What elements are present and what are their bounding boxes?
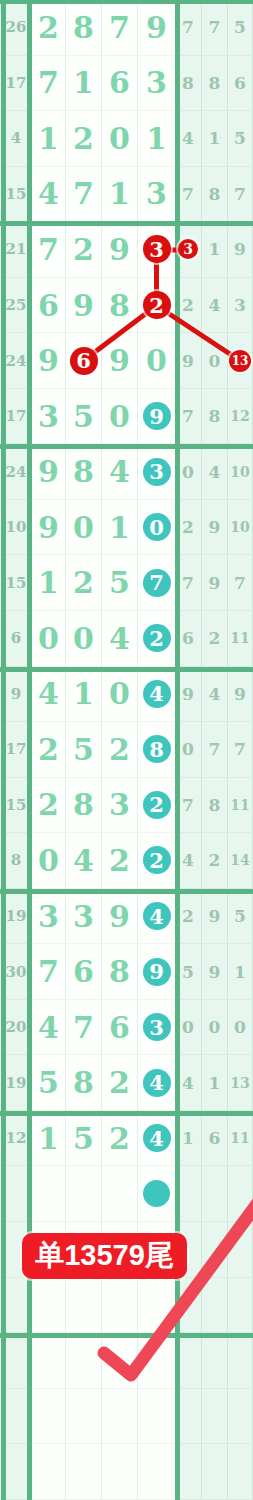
digit-cell: 2 — [66, 222, 102, 278]
digit-cell: 9 — [102, 333, 138, 389]
red-circle-mark: 3 — [178, 239, 198, 259]
grid-divider — [0, 889, 253, 894]
digit-cell: 2 — [138, 278, 175, 334]
digit-cell: 0 — [32, 833, 66, 889]
digit-cell — [102, 1278, 138, 1334]
stat-cell — [228, 1278, 253, 1334]
digit-cell: 2 — [66, 555, 102, 611]
digit-cell — [32, 1444, 66, 1500]
stat-cell: 10 — [228, 444, 253, 500]
stat-cell: 5 — [228, 111, 253, 167]
digit-cell: 0 — [102, 111, 138, 167]
digit-cell: 2 — [138, 611, 175, 667]
digit-cell: 9 — [32, 333, 66, 389]
digit-cell: 2 — [32, 722, 66, 778]
stat-cell: 14 — [228, 833, 253, 889]
stat-cell: 1 — [202, 222, 228, 278]
digit-cell: 9 — [138, 0, 175, 56]
stat-cell — [228, 1333, 253, 1389]
digit-cell: 6 — [102, 1000, 138, 1056]
digit-cell: 9 — [66, 278, 102, 334]
digit-cell: 8 — [102, 944, 138, 1000]
teal-circle-mark: 4 — [143, 680, 171, 708]
digit-cell: 5 — [32, 1055, 66, 1111]
digit-cell: 0 — [102, 667, 138, 723]
digit-cell: 9 — [138, 389, 175, 445]
digit-cell — [102, 1166, 138, 1222]
digit-cell: 7 — [66, 1000, 102, 1056]
digit-cell: 2 — [102, 1111, 138, 1167]
teal-circle-mark: 0 — [143, 513, 171, 541]
digit-cell: 3 — [138, 56, 175, 112]
digit-cell: 8 — [66, 778, 102, 834]
digit-cell: 3 — [102, 778, 138, 834]
digit-cell — [66, 1333, 102, 1389]
digit-cell: 3 — [138, 444, 175, 500]
stat-cell: 11 — [228, 611, 253, 667]
stat-cell — [202, 1166, 228, 1222]
digit-cell: 8 — [66, 444, 102, 500]
stat-cell: 3 — [228, 278, 253, 334]
red-circle-mark: 3 — [143, 235, 171, 263]
digit-cell: 1 — [102, 500, 138, 556]
teal-circle-mark: 9 — [143, 958, 171, 986]
digit-cell: 2 — [102, 722, 138, 778]
teal-dot-mark — [143, 1180, 170, 1207]
digit-cell: 1 — [138, 111, 175, 167]
stat-cell — [202, 1444, 228, 1500]
digit-cell: 3 — [32, 389, 66, 445]
stat-cell: 1 — [228, 944, 253, 1000]
stat-cell: 4 — [202, 278, 228, 334]
digit-cell: 4 — [138, 1111, 175, 1167]
digit-cell: 6 — [102, 56, 138, 112]
teal-circle-mark: 4 — [143, 1124, 171, 1152]
digit-cell: 9 — [32, 500, 66, 556]
teal-circle-mark: 4 — [143, 1069, 171, 1097]
stat-cell — [202, 1389, 228, 1445]
digit-cell — [138, 1278, 175, 1334]
teal-circle-mark: 2 — [143, 624, 171, 652]
stat-cell: 9 — [228, 222, 253, 278]
digit-cell: 6 — [66, 333, 102, 389]
digit-cell: 2 — [102, 833, 138, 889]
digit-cell: 6 — [66, 944, 102, 1000]
digit-cell: 1 — [32, 555, 66, 611]
stat-cell: 0 — [202, 1000, 228, 1056]
digit-cell: 9 — [32, 444, 66, 500]
digit-cell — [138, 1333, 175, 1389]
digit-cell: 1 — [32, 111, 66, 167]
stat-cell: 7 — [202, 0, 228, 56]
stat-cell — [228, 1389, 253, 1445]
stat-cell: 7 — [228, 167, 253, 223]
digit-cell: 0 — [138, 333, 175, 389]
stat-cell — [228, 1444, 253, 1500]
digit-cell — [138, 1444, 175, 1500]
digit-cell: 2 — [32, 778, 66, 834]
stat-cell: 4 — [202, 667, 228, 723]
digit-cell — [32, 1166, 66, 1222]
digit-cell: 7 — [66, 167, 102, 223]
digit-cell — [66, 1389, 102, 1445]
digit-cell: 3 — [138, 222, 175, 278]
digit-cell: 5 — [66, 389, 102, 445]
digit-cell: 1 — [32, 1111, 66, 1167]
stat-cell: 0 — [202, 333, 228, 389]
digit-cell: 4 — [66, 833, 102, 889]
digit-cell: 7 — [138, 555, 175, 611]
grid-divider — [0, 1333, 253, 1338]
digit-cell: 2 — [32, 0, 66, 56]
stat-cell: 11 — [228, 778, 253, 834]
digit-cell: 2 — [138, 833, 175, 889]
digit-cell — [102, 1389, 138, 1445]
digit-cell: 0 — [138, 500, 175, 556]
stat-cell: 7 — [228, 722, 253, 778]
digit-cell: 3 — [32, 889, 66, 945]
trend-chart-board: 2628797751771638864120141515471378721729… — [0, 0, 253, 1500]
stat-cell: 12 — [228, 389, 253, 445]
stat-cell — [202, 1278, 228, 1334]
stat-cell: 2 — [202, 833, 228, 889]
stat-cell: 8 — [202, 56, 228, 112]
teal-circle-mark: 2 — [143, 846, 171, 874]
red-circle-mark: 2 — [143, 291, 171, 319]
teal-circle-mark: 3 — [143, 458, 171, 486]
grid-divider — [0, 221, 253, 226]
digit-cell — [32, 1389, 66, 1445]
digit-cell: 8 — [138, 722, 175, 778]
digit-cell: 8 — [102, 278, 138, 334]
digit-cell: 4 — [102, 444, 138, 500]
stat-cell — [202, 1222, 228, 1278]
digit-cell: 0 — [32, 611, 66, 667]
stat-cell: 8 — [202, 167, 228, 223]
grid-divider — [0, 1111, 253, 1116]
grid-divider — [0, 444, 253, 449]
digit-cell: 3 — [138, 167, 175, 223]
teal-circle-mark: 8 — [143, 735, 171, 763]
digit-cell: 2 — [102, 1055, 138, 1111]
stat-cell: 5 — [228, 0, 253, 56]
digit-cell: 7 — [32, 944, 66, 1000]
digit-cell: 9 — [102, 222, 138, 278]
digit-cell — [138, 1166, 175, 1222]
digit-cell: 4 — [32, 1000, 66, 1056]
grid-divider — [0, 667, 253, 672]
stat-cell: 9 — [202, 555, 228, 611]
stat-cell: 4 — [202, 444, 228, 500]
digit-cell — [66, 1166, 102, 1222]
red-circle-mark: 13 — [229, 350, 251, 372]
stat-cell: 0 — [228, 1000, 253, 1056]
digit-cell: 5 — [66, 722, 102, 778]
digit-cell — [102, 1333, 138, 1389]
tail-filter-badge: 单13579尾 — [22, 1233, 187, 1279]
stat-cell: 11 — [228, 1111, 253, 1167]
stat-cell: 1 — [202, 1055, 228, 1111]
stat-cell: 10 — [228, 500, 253, 556]
stat-cell: 13 — [228, 333, 253, 389]
teal-circle-mark: 2 — [143, 791, 171, 819]
stat-cell: 9 — [202, 889, 228, 945]
digit-cell: 5 — [66, 1111, 102, 1167]
digit-cell — [102, 1444, 138, 1500]
teal-circle-mark: 4 — [143, 902, 171, 930]
digit-cell: 4 — [32, 667, 66, 723]
teal-circle-mark: 7 — [143, 569, 171, 597]
digit-cell: 4 — [138, 889, 175, 945]
stat-cell — [228, 1166, 253, 1222]
digit-cell: 9 — [102, 889, 138, 945]
stat-cell: 9 — [202, 500, 228, 556]
red-circle-mark: 6 — [70, 347, 98, 375]
grid-divider — [0, 0, 253, 4]
digit-cell: 0 — [66, 500, 102, 556]
stat-cell: 1 — [202, 111, 228, 167]
teal-circle-mark: 9 — [143, 402, 171, 430]
stat-cell: 6 — [228, 56, 253, 112]
digit-cell: 6 — [32, 278, 66, 334]
digit-cell: 4 — [138, 667, 175, 723]
digit-cell — [66, 1444, 102, 1500]
digit-cell: 4 — [102, 611, 138, 667]
stat-cell: 5 — [228, 889, 253, 945]
stat-cell: 9 — [202, 944, 228, 1000]
digit-cell: 4 — [32, 167, 66, 223]
digit-cell — [138, 1389, 175, 1445]
digit-cell: 0 — [102, 389, 138, 445]
digit-cell: 2 — [138, 778, 175, 834]
digit-cell: 9 — [138, 944, 175, 1000]
digit-cell — [32, 1278, 66, 1334]
digit-cell: 3 — [66, 889, 102, 945]
stat-cell: 9 — [228, 667, 253, 723]
digit-cell — [32, 1333, 66, 1389]
teal-circle-mark: 3 — [143, 1013, 171, 1041]
digit-cell: 1 — [66, 56, 102, 112]
digit-cell: 1 — [66, 667, 102, 723]
digit-cell: 3 — [138, 1000, 175, 1056]
digit-cell: 7 — [32, 222, 66, 278]
digit-cell: 4 — [138, 1055, 175, 1111]
digit-cell: 2 — [66, 111, 102, 167]
stat-cell: 7 — [228, 555, 253, 611]
stat-cell: 8 — [202, 778, 228, 834]
stat-cell: 7 — [202, 722, 228, 778]
stat-cell: 13 — [228, 1055, 253, 1111]
stat-cell — [228, 1222, 253, 1278]
stat-cell: 6 — [202, 1111, 228, 1167]
stat-cell: 2 — [202, 611, 228, 667]
digit-cell: 7 — [32, 56, 66, 112]
digit-cell: 0 — [66, 611, 102, 667]
digit-cell: 1 — [102, 167, 138, 223]
digit-cell: 8 — [66, 1055, 102, 1111]
stat-cell: 8 — [202, 389, 228, 445]
digit-cell: 5 — [102, 555, 138, 611]
digit-cell: 7 — [102, 0, 138, 56]
digit-cell — [66, 1278, 102, 1334]
digit-cell: 8 — [66, 0, 102, 56]
stat-cell — [202, 1333, 228, 1389]
